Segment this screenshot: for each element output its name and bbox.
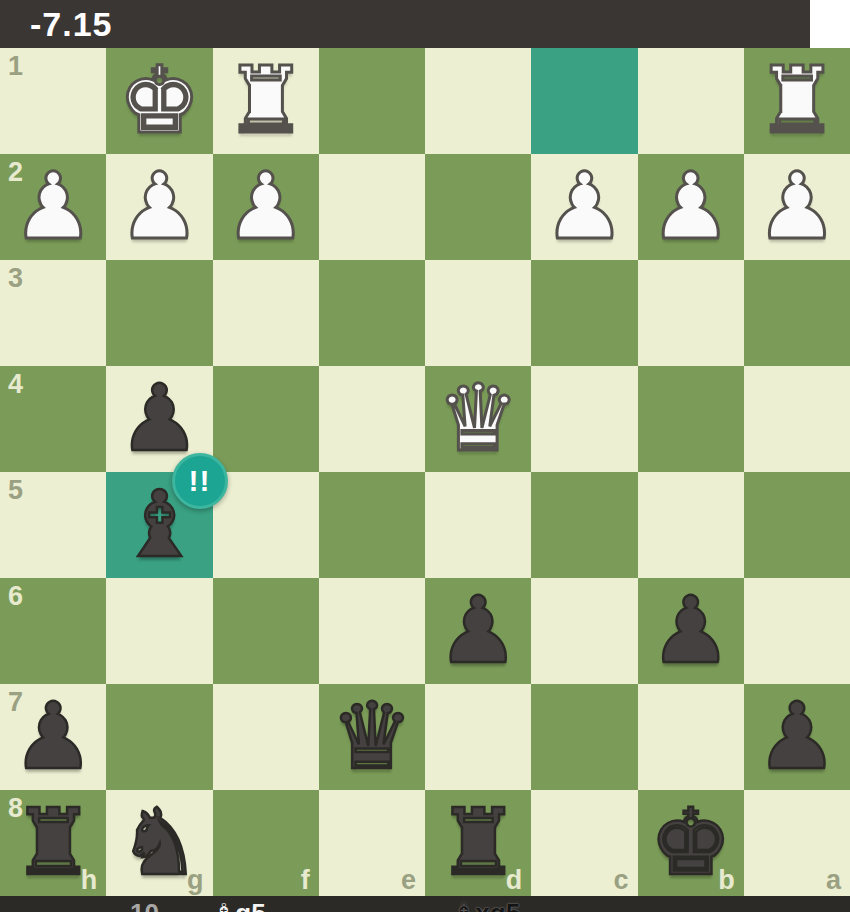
square-f2[interactable]: ♟ bbox=[213, 154, 319, 260]
rank-label-3: 3 bbox=[8, 263, 23, 294]
evaluation-bar: -7.15 bbox=[0, 0, 850, 48]
square-e3[interactable] bbox=[319, 260, 425, 366]
evaluation-score: -7.15 bbox=[30, 5, 113, 44]
square-b1[interactable] bbox=[638, 48, 744, 154]
square-d4[interactable]: ♛ bbox=[425, 366, 531, 472]
square-f3[interactable] bbox=[213, 260, 319, 366]
square-c4[interactable] bbox=[531, 366, 637, 472]
square-e4[interactable] bbox=[319, 366, 425, 472]
square-h3[interactable]: 3 bbox=[0, 260, 106, 366]
square-a7[interactable]: ♟ bbox=[744, 684, 850, 790]
square-f7[interactable] bbox=[213, 684, 319, 790]
piece-black-pawn[interactable]: ♟ bbox=[425, 578, 531, 684]
square-c8[interactable]: c bbox=[531, 790, 637, 896]
chess-board: 1♚♜♜2♟♟♟♟♟♟34♟♛5♝!!6♟♟7♟♛♟8h♜g♞fed♜cb♚a bbox=[0, 48, 850, 896]
piece-white-rook[interactable]: ♜ bbox=[744, 48, 850, 154]
square-b3[interactable] bbox=[638, 260, 744, 366]
move-number: 10. bbox=[130, 898, 166, 912]
piece-white-pawn[interactable]: ♟ bbox=[213, 154, 319, 260]
square-h1[interactable]: 1 bbox=[0, 48, 106, 154]
piece-black-queen[interactable]: ♛ bbox=[319, 684, 425, 790]
square-g3[interactable] bbox=[106, 260, 212, 366]
piece-black-pawn[interactable]: ♟ bbox=[0, 684, 106, 790]
square-c7[interactable] bbox=[531, 684, 637, 790]
square-c2[interactable]: ♟ bbox=[531, 154, 637, 260]
square-b6[interactable]: ♟ bbox=[638, 578, 744, 684]
piece-white-pawn[interactable]: ♟ bbox=[638, 154, 744, 260]
square-c1[interactable] bbox=[531, 48, 637, 154]
rank-label-5: 5 bbox=[8, 475, 23, 506]
square-d6[interactable]: ♟ bbox=[425, 578, 531, 684]
rank-label-6: 6 bbox=[8, 581, 23, 612]
file-label-e: e bbox=[401, 865, 416, 896]
square-g8[interactable]: g♞ bbox=[106, 790, 212, 896]
square-f1[interactable]: ♜ bbox=[213, 48, 319, 154]
square-h4[interactable]: 4 bbox=[0, 366, 106, 472]
square-c3[interactable] bbox=[531, 260, 637, 366]
square-b8[interactable]: b♚ bbox=[638, 790, 744, 896]
move-list-strip: 10. ♗g5 ♗xg5 bbox=[0, 896, 850, 912]
square-e1[interactable] bbox=[319, 48, 425, 154]
move-white-text[interactable]: ♗g5 bbox=[212, 898, 266, 912]
rank-label-4: 4 bbox=[8, 369, 23, 400]
square-b5[interactable] bbox=[638, 472, 744, 578]
piece-white-king[interactable]: ♚ bbox=[106, 48, 212, 154]
piece-black-rook[interactable]: ♜ bbox=[0, 790, 106, 896]
rank-label-1: 1 bbox=[8, 51, 23, 82]
square-a6[interactable] bbox=[744, 578, 850, 684]
square-a4[interactable] bbox=[744, 366, 850, 472]
square-g2[interactable]: ♟ bbox=[106, 154, 212, 260]
piece-white-pawn[interactable]: ♟ bbox=[744, 154, 850, 260]
square-e5[interactable] bbox=[319, 472, 425, 578]
square-d5[interactable] bbox=[425, 472, 531, 578]
piece-white-pawn[interactable]: ♟ bbox=[0, 154, 106, 260]
square-g7[interactable] bbox=[106, 684, 212, 790]
square-a5[interactable] bbox=[744, 472, 850, 578]
square-d3[interactable] bbox=[425, 260, 531, 366]
file-label-a: a bbox=[826, 865, 841, 896]
piece-white-pawn[interactable]: ♟ bbox=[106, 154, 212, 260]
move-black-text[interactable]: ♗xg5 bbox=[452, 898, 520, 912]
square-d1[interactable] bbox=[425, 48, 531, 154]
piece-black-pawn[interactable]: ♟ bbox=[744, 684, 850, 790]
square-h7[interactable]: 7♟ bbox=[0, 684, 106, 790]
brilliant-move-badge: !! bbox=[172, 453, 228, 509]
piece-black-pawn[interactable]: ♟ bbox=[638, 578, 744, 684]
square-e6[interactable] bbox=[319, 578, 425, 684]
square-h2[interactable]: 2♟ bbox=[0, 154, 106, 260]
piece-white-rook[interactable]: ♜ bbox=[213, 48, 319, 154]
square-f8[interactable]: f bbox=[213, 790, 319, 896]
square-a1[interactable]: ♜ bbox=[744, 48, 850, 154]
square-f6[interactable] bbox=[213, 578, 319, 684]
piece-black-rook[interactable]: ♜ bbox=[425, 790, 531, 896]
square-b4[interactable] bbox=[638, 366, 744, 472]
square-e2[interactable] bbox=[319, 154, 425, 260]
square-b2[interactable]: ♟ bbox=[638, 154, 744, 260]
piece-black-knight[interactable]: ♞ bbox=[106, 790, 212, 896]
square-a2[interactable]: ♟ bbox=[744, 154, 850, 260]
square-d2[interactable] bbox=[425, 154, 531, 260]
piece-white-queen[interactable]: ♛ bbox=[425, 366, 531, 472]
piece-black-king[interactable]: ♚ bbox=[638, 790, 744, 896]
square-e7[interactable]: ♛ bbox=[319, 684, 425, 790]
file-label-f: f bbox=[301, 865, 310, 896]
evaluation-white-segment bbox=[810, 0, 850, 48]
chess-analysis-screen: -7.15 1♚♜♜2♟♟♟♟♟♟34♟♛5♝!!6♟♟7♟♛♟8h♜g♞fed… bbox=[0, 0, 850, 912]
square-b7[interactable] bbox=[638, 684, 744, 790]
square-g1[interactable]: ♚ bbox=[106, 48, 212, 154]
square-g5[interactable]: ♝!! bbox=[106, 472, 212, 578]
square-g6[interactable] bbox=[106, 578, 212, 684]
square-c6[interactable] bbox=[531, 578, 637, 684]
square-h6[interactable]: 6 bbox=[0, 578, 106, 684]
square-a3[interactable] bbox=[744, 260, 850, 366]
square-f5[interactable] bbox=[213, 472, 319, 578]
file-label-c: c bbox=[613, 865, 628, 896]
square-d7[interactable] bbox=[425, 684, 531, 790]
square-f4[interactable] bbox=[213, 366, 319, 472]
square-a8[interactable]: a bbox=[744, 790, 850, 896]
square-d8[interactable]: d♜ bbox=[425, 790, 531, 896]
square-c5[interactable] bbox=[531, 472, 637, 578]
square-e8[interactable]: e bbox=[319, 790, 425, 896]
piece-white-pawn[interactable]: ♟ bbox=[531, 154, 637, 260]
square-h5[interactable]: 5 bbox=[0, 472, 106, 578]
square-h8[interactable]: 8h♜ bbox=[0, 790, 106, 896]
